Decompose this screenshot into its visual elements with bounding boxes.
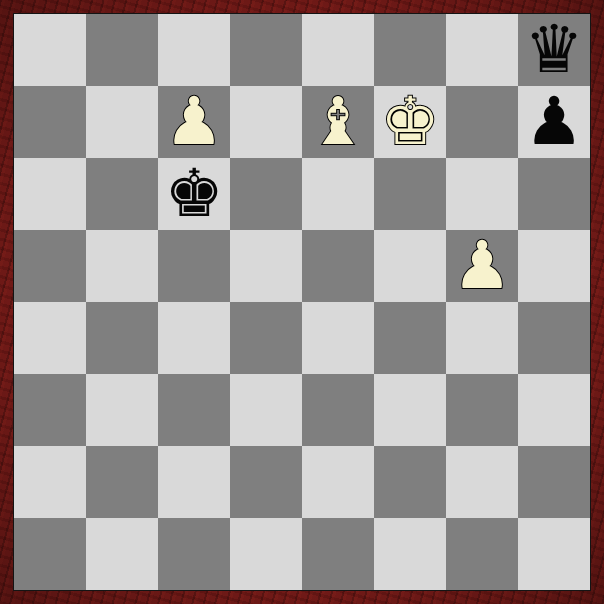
square-h2[interactable]: [518, 446, 590, 518]
black-king-c6[interactable]: ♚: [164, 158, 223, 230]
black-pawn-h7[interactable]: ♟: [524, 86, 583, 158]
square-h5[interactable]: [518, 230, 590, 302]
square-c8[interactable]: [158, 14, 230, 86]
square-c5[interactable]: [158, 230, 230, 302]
square-d3[interactable]: [230, 374, 302, 446]
square-d2[interactable]: [230, 446, 302, 518]
square-e7[interactable]: ♝: [302, 86, 374, 158]
white-king-f7[interactable]: ♚: [380, 86, 439, 158]
square-f7[interactable]: ♚: [374, 86, 446, 158]
square-a8[interactable]: [14, 14, 86, 86]
square-g7[interactable]: [446, 86, 518, 158]
square-b4[interactable]: [86, 302, 158, 374]
square-a4[interactable]: [14, 302, 86, 374]
square-d8[interactable]: [230, 14, 302, 86]
chess-board: ♛♟♝♚♟♚♟: [14, 14, 590, 590]
square-g8[interactable]: [446, 14, 518, 86]
square-d5[interactable]: [230, 230, 302, 302]
square-e5[interactable]: [302, 230, 374, 302]
white-pawn-g5[interactable]: ♟: [452, 230, 511, 302]
square-b1[interactable]: [86, 518, 158, 590]
square-f4[interactable]: [374, 302, 446, 374]
square-d1[interactable]: [230, 518, 302, 590]
square-f6[interactable]: [374, 158, 446, 230]
square-c3[interactable]: [158, 374, 230, 446]
square-g4[interactable]: [446, 302, 518, 374]
square-f8[interactable]: [374, 14, 446, 86]
square-c4[interactable]: [158, 302, 230, 374]
square-e6[interactable]: [302, 158, 374, 230]
square-e8[interactable]: [302, 14, 374, 86]
square-e4[interactable]: [302, 302, 374, 374]
square-g3[interactable]: [446, 374, 518, 446]
square-d6[interactable]: [230, 158, 302, 230]
square-c7[interactable]: ♟: [158, 86, 230, 158]
square-g5[interactable]: ♟: [446, 230, 518, 302]
square-g6[interactable]: [446, 158, 518, 230]
white-bishop-e7[interactable]: ♝: [308, 86, 367, 158]
square-f1[interactable]: [374, 518, 446, 590]
square-h7[interactable]: ♟: [518, 86, 590, 158]
black-queen-h8[interactable]: ♛: [524, 14, 583, 86]
square-h8[interactable]: ♛: [518, 14, 590, 86]
square-d7[interactable]: [230, 86, 302, 158]
square-a3[interactable]: [14, 374, 86, 446]
square-e3[interactable]: [302, 374, 374, 446]
white-pawn-c7[interactable]: ♟: [164, 86, 223, 158]
square-a7[interactable]: [14, 86, 86, 158]
square-a6[interactable]: [14, 158, 86, 230]
square-b6[interactable]: [86, 158, 158, 230]
square-b8[interactable]: [86, 14, 158, 86]
square-f5[interactable]: [374, 230, 446, 302]
square-a1[interactable]: [14, 518, 86, 590]
square-c1[interactable]: [158, 518, 230, 590]
square-h4[interactable]: [518, 302, 590, 374]
square-c2[interactable]: [158, 446, 230, 518]
square-g1[interactable]: [446, 518, 518, 590]
board-frame: ♛♟♝♚♟♚♟: [0, 0, 604, 604]
square-b5[interactable]: [86, 230, 158, 302]
square-b3[interactable]: [86, 374, 158, 446]
square-f2[interactable]: [374, 446, 446, 518]
square-g2[interactable]: [446, 446, 518, 518]
square-a2[interactable]: [14, 446, 86, 518]
square-e2[interactable]: [302, 446, 374, 518]
square-a5[interactable]: [14, 230, 86, 302]
square-d4[interactable]: [230, 302, 302, 374]
square-h3[interactable]: [518, 374, 590, 446]
square-b2[interactable]: [86, 446, 158, 518]
square-f3[interactable]: [374, 374, 446, 446]
square-e1[interactable]: [302, 518, 374, 590]
square-b7[interactable]: [86, 86, 158, 158]
square-h1[interactable]: [518, 518, 590, 590]
square-h6[interactable]: [518, 158, 590, 230]
square-c6[interactable]: ♚: [158, 158, 230, 230]
